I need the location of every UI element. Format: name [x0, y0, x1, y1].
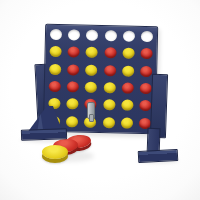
red-disc	[140, 66, 152, 77]
cell-r2c4[interactable]	[101, 44, 120, 62]
cell-r4c5[interactable]	[118, 79, 137, 97]
yellow-disc	[122, 65, 134, 76]
cell-r3c1[interactable]	[46, 60, 65, 78]
cell-r2c2[interactable]	[65, 44, 84, 62]
empty-hole	[86, 30, 98, 41]
empty-hole	[123, 31, 135, 42]
red-disc	[140, 83, 152, 94]
yellow-disc	[85, 64, 97, 75]
yellow-disc	[122, 48, 134, 59]
photo-stage	[0, 0, 200, 200]
board-grid	[45, 26, 156, 132]
cell-r3c2[interactable]	[64, 61, 83, 79]
cell-r2c1[interactable]	[46, 43, 65, 61]
cell-r1c6[interactable]	[138, 28, 157, 46]
empty-hole	[50, 29, 62, 40]
cell-r1c5[interactable]	[119, 27, 138, 45]
right-foot	[138, 149, 179, 163]
red-disc	[139, 100, 151, 111]
cell-r5c4[interactable]	[100, 96, 119, 114]
yellow-disc	[103, 82, 115, 93]
yellow-disc	[121, 100, 133, 111]
cell-r5c2[interactable]	[63, 95, 82, 113]
red-disc	[140, 48, 152, 59]
cell-r3c3[interactable]	[82, 61, 101, 79]
loose-disc-yellow[interactable]	[42, 145, 68, 159]
cell-r4c2[interactable]	[64, 78, 83, 96]
red-disc	[68, 47, 80, 58]
yellow-disc	[66, 116, 78, 127]
connect-four-board	[43, 24, 158, 135]
cell-r1c1[interactable]	[47, 26, 66, 44]
cell-r6c5[interactable]	[117, 114, 136, 132]
yellow-disc	[121, 117, 133, 128]
red-disc	[67, 81, 79, 92]
red-disc	[104, 48, 116, 59]
yellow-disc	[50, 46, 62, 57]
empty-hole	[104, 30, 116, 41]
red-disc	[121, 83, 133, 94]
cell-r1c3[interactable]	[83, 27, 102, 45]
cell-r6c4[interactable]	[99, 114, 118, 132]
empty-hole	[68, 29, 80, 40]
cell-r2c6[interactable]	[137, 45, 156, 63]
cell-r4c3[interactable]	[82, 79, 101, 97]
red-disc	[49, 81, 61, 92]
cell-r4c1[interactable]	[46, 78, 65, 96]
empty-hole	[141, 31, 153, 42]
red-disc	[104, 65, 116, 76]
yellow-disc	[49, 64, 61, 75]
yellow-disc	[85, 82, 97, 93]
cell-r1c2[interactable]	[65, 26, 84, 44]
cell-r3c4[interactable]	[100, 62, 119, 80]
cell-r3c5[interactable]	[119, 62, 138, 80]
cell-r4c4[interactable]	[100, 79, 119, 97]
yellow-disc	[103, 100, 115, 111]
cell-r2c5[interactable]	[119, 45, 138, 63]
metal-latch-icon[interactable]	[87, 102, 95, 119]
yellow-disc	[67, 99, 79, 110]
left-foot	[21, 128, 67, 141]
cell-r5c5[interactable]	[118, 97, 137, 115]
yellow-disc	[102, 117, 114, 128]
cell-r1c4[interactable]	[101, 27, 120, 45]
cell-r2c3[interactable]	[83, 44, 102, 62]
red-disc	[67, 64, 79, 75]
yellow-disc	[86, 47, 98, 58]
